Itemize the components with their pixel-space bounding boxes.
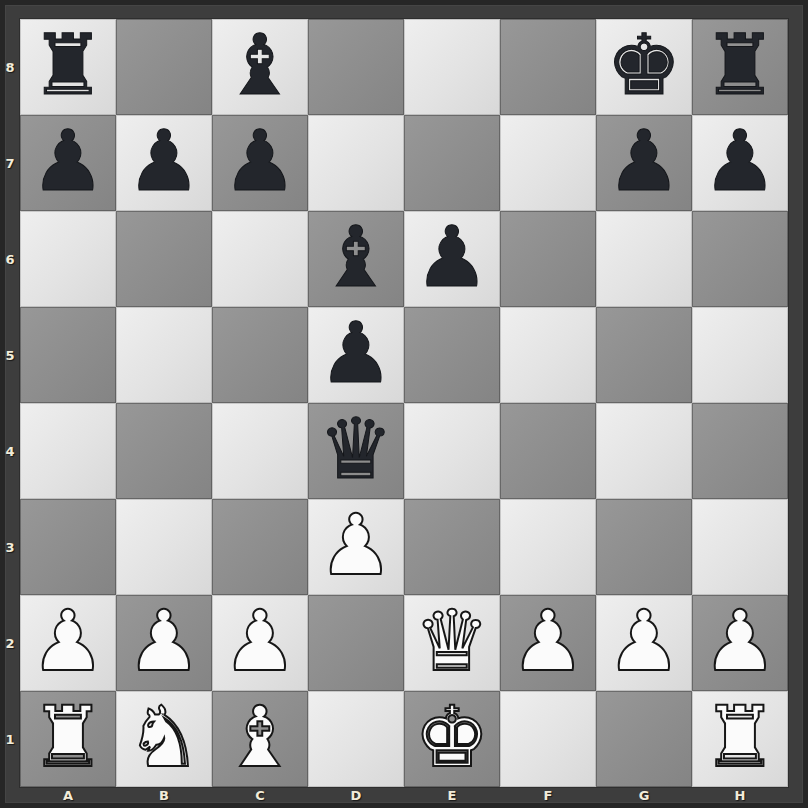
rank-label-6: 6: [0, 211, 20, 307]
file-label-c: C: [212, 787, 308, 803]
rank-label-1: 1: [0, 691, 20, 787]
square-f8[interactable]: [500, 19, 596, 115]
square-a8[interactable]: ♜: [20, 19, 116, 115]
square-f2[interactable]: ♟: [500, 595, 596, 691]
white-pawn-g2[interactable]: ♟: [606, 593, 681, 689]
square-e5[interactable]: [404, 307, 500, 403]
rank-label-8: 8: [0, 19, 20, 115]
square-c4[interactable]: [212, 403, 308, 499]
white-queen-e2[interactable]: ♛: [414, 593, 489, 689]
square-c8[interactable]: ♝: [212, 19, 308, 115]
square-b5[interactable]: [116, 307, 212, 403]
square-d3[interactable]: ♟: [308, 499, 404, 595]
square-g4[interactable]: [596, 403, 692, 499]
rank-labels: 87654321: [0, 19, 20, 787]
square-f5[interactable]: [500, 307, 596, 403]
square-d4[interactable]: ♛: [308, 403, 404, 499]
square-d5[interactable]: ♟: [308, 307, 404, 403]
square-e3[interactable]: [404, 499, 500, 595]
white-pawn-f2[interactable]: ♟: [510, 593, 585, 689]
square-f6[interactable]: [500, 211, 596, 307]
square-d6[interactable]: ♝: [308, 211, 404, 307]
board-frame: 87654321 ♜♝♚♜♟♟♟♟♟♝♟♟♛♟♟♟♟♛♟♟♟♜♞♝♚♜ ABCD…: [0, 0, 808, 808]
black-pawn-e6[interactable]: ♟: [414, 209, 489, 305]
file-label-g: G: [596, 787, 692, 803]
square-e6[interactable]: ♟: [404, 211, 500, 307]
square-g6[interactable]: [596, 211, 692, 307]
square-h7[interactable]: ♟: [692, 115, 788, 211]
black-pawn-c7[interactable]: ♟: [222, 113, 297, 209]
square-f3[interactable]: [500, 499, 596, 595]
black-bishop-d6[interactable]: ♝: [318, 209, 393, 305]
square-c1[interactable]: ♝: [212, 691, 308, 787]
square-g8[interactable]: ♚: [596, 19, 692, 115]
black-pawn-g7[interactable]: ♟: [606, 113, 681, 209]
file-label-b: B: [116, 787, 212, 803]
square-b2[interactable]: ♟: [116, 595, 212, 691]
square-g3[interactable]: [596, 499, 692, 595]
square-b8[interactable]: [116, 19, 212, 115]
square-e1[interactable]: ♚: [404, 691, 500, 787]
square-f7[interactable]: [500, 115, 596, 211]
square-a3[interactable]: [20, 499, 116, 595]
square-h3[interactable]: [692, 499, 788, 595]
black-pawn-a7[interactable]: ♟: [30, 113, 105, 209]
square-c2[interactable]: ♟: [212, 595, 308, 691]
rank-label-4: 4: [0, 403, 20, 499]
black-rook-h8[interactable]: ♜: [702, 17, 777, 113]
square-c6[interactable]: [212, 211, 308, 307]
rank-label-3: 3: [0, 499, 20, 595]
square-h6[interactable]: [692, 211, 788, 307]
square-a7[interactable]: ♟: [20, 115, 116, 211]
white-pawn-a2[interactable]: ♟: [30, 593, 105, 689]
square-g1[interactable]: [596, 691, 692, 787]
square-a5[interactable]: [20, 307, 116, 403]
black-pawn-d5[interactable]: ♟: [318, 305, 393, 401]
square-c3[interactable]: [212, 499, 308, 595]
black-rook-a8[interactable]: ♜: [30, 17, 105, 113]
file-label-a: A: [20, 787, 116, 803]
black-bishop-c8[interactable]: ♝: [222, 17, 297, 113]
white-rook-a1[interactable]: ♜: [30, 689, 105, 785]
square-b7[interactable]: ♟: [116, 115, 212, 211]
white-pawn-d3[interactable]: ♟: [318, 497, 393, 593]
square-a2[interactable]: ♟: [20, 595, 116, 691]
square-b1[interactable]: ♞: [116, 691, 212, 787]
square-c7[interactable]: ♟: [212, 115, 308, 211]
square-a4[interactable]: [20, 403, 116, 499]
square-g5[interactable]: [596, 307, 692, 403]
square-h5[interactable]: [692, 307, 788, 403]
file-label-d: D: [308, 787, 404, 803]
white-pawn-b2[interactable]: ♟: [126, 593, 201, 689]
square-f4[interactable]: [500, 403, 596, 499]
square-c5[interactable]: [212, 307, 308, 403]
square-h4[interactable]: [692, 403, 788, 499]
square-h8[interactable]: ♜: [692, 19, 788, 115]
file-labels: ABCDEFGH: [20, 787, 788, 803]
white-knight-b1[interactable]: ♞: [126, 689, 201, 785]
white-king-e1[interactable]: ♚: [414, 689, 489, 785]
rank-label-5: 5: [0, 307, 20, 403]
square-h2[interactable]: ♟: [692, 595, 788, 691]
white-pawn-c2[interactable]: ♟: [222, 593, 297, 689]
square-d7[interactable]: [308, 115, 404, 211]
chess-board: ♜♝♚♜♟♟♟♟♟♝♟♟♛♟♟♟♟♛♟♟♟♜♞♝♚♜: [20, 19, 788, 787]
square-b4[interactable]: [116, 403, 212, 499]
square-g7[interactable]: ♟: [596, 115, 692, 211]
square-h1[interactable]: ♜: [692, 691, 788, 787]
white-pawn-h2[interactable]: ♟: [702, 593, 777, 689]
square-b6[interactable]: [116, 211, 212, 307]
square-g2[interactable]: ♟: [596, 595, 692, 691]
square-a1[interactable]: ♜: [20, 691, 116, 787]
file-label-e: E: [404, 787, 500, 803]
square-e8[interactable]: [404, 19, 500, 115]
rank-label-7: 7: [0, 115, 20, 211]
white-bishop-c1[interactable]: ♝: [222, 689, 297, 785]
black-pawn-b7[interactable]: ♟: [126, 113, 201, 209]
file-label-f: F: [500, 787, 596, 803]
square-e7[interactable]: [404, 115, 500, 211]
black-king-g8[interactable]: ♚: [606, 17, 681, 113]
black-pawn-h7[interactable]: ♟: [702, 113, 777, 209]
square-a6[interactable]: [20, 211, 116, 307]
square-d1[interactable]: [308, 691, 404, 787]
square-e4[interactable]: [404, 403, 500, 499]
black-queen-d4[interactable]: ♛: [318, 401, 393, 497]
square-b3[interactable]: [116, 499, 212, 595]
rank-label-2: 2: [0, 595, 20, 691]
square-d2[interactable]: [308, 595, 404, 691]
file-label-h: H: [692, 787, 788, 803]
square-f1[interactable]: [500, 691, 596, 787]
square-e2[interactable]: ♛: [404, 595, 500, 691]
white-rook-h1[interactable]: ♜: [702, 689, 777, 785]
square-d8[interactable]: [308, 19, 404, 115]
